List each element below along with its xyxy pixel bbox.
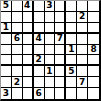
sudoku-cell-r9c2-empty[interactable] [12,88,23,99]
sudoku-cell-r7c6-empty[interactable] [55,66,66,77]
sudoku-cell-r8c9-empty[interactable] [88,77,99,88]
sudoku-cell-r5c5-empty[interactable] [45,45,56,56]
sudoku-cell-r4c6-given[interactable]: 7 [55,34,66,45]
sudoku-cell-r4c2-given[interactable]: 6 [12,34,23,45]
sudoku-cell-r6c7-empty[interactable] [66,55,77,66]
sudoku-cell-r1c8-empty[interactable] [77,1,88,12]
sudoku-cell-r7c5-given[interactable]: 1 [45,66,56,77]
sudoku-cell-r2c6-empty[interactable] [55,12,66,23]
sudoku-cell-r3c6-empty[interactable] [55,23,66,34]
sudoku-cell-r9c1-given[interactable]: 3 [1,88,12,99]
sudoku-cell-r5c7-given[interactable]: 1 [66,45,77,56]
sudoku-cell-r3c3-empty[interactable] [23,23,34,34]
sudoku-cell-r8c7-empty[interactable] [66,77,77,88]
sudoku-board: 54321647182152736 [0,0,101,101]
sudoku-cell-r9c3-empty[interactable] [23,88,34,99]
sudoku-cell-r8c2-given[interactable]: 2 [12,77,23,88]
sudoku-cell-r6c2-empty[interactable] [12,55,23,66]
sudoku-cell-r1c5-given[interactable]: 3 [45,1,56,12]
sudoku-cell-r9c6-empty[interactable] [55,88,66,99]
sudoku-cell-r3c4-empty[interactable] [34,23,45,34]
sudoku-cell-r1c3-given[interactable]: 4 [23,1,34,12]
sudoku-cell-r8c5-empty[interactable] [45,77,56,88]
sudoku-cell-r1c2-empty[interactable] [12,1,23,12]
sudoku-cell-r7c7-given[interactable]: 5 [66,66,77,77]
sudoku-cell-r5c4-empty[interactable] [34,45,45,56]
sudoku-cell-r2c5-empty[interactable] [45,12,56,23]
sudoku-cell-r8c6-empty[interactable] [55,77,66,88]
sudoku-cell-r6c3-empty[interactable] [23,55,34,66]
sudoku-cell-r9c8-empty[interactable] [77,88,88,99]
sudoku-cell-r4c5-empty[interactable] [45,34,56,45]
sudoku-cell-r8c1-empty[interactable] [1,77,12,88]
sudoku-cell-r6c1-empty[interactable] [1,55,12,66]
sudoku-cell-r9c4-given[interactable]: 6 [34,88,45,99]
sudoku-cell-r8c3-empty[interactable] [23,77,34,88]
sudoku-cell-r2c2-empty[interactable] [12,12,23,23]
sudoku-cell-r3c1-given[interactable]: 1 [1,23,12,34]
sudoku-cell-r7c4-empty[interactable] [34,66,45,77]
sudoku-cell-r6c5-empty[interactable] [45,55,56,66]
sudoku-cell-r7c3-empty[interactable] [23,66,34,77]
sudoku-cell-r7c2-empty[interactable] [12,66,23,77]
sudoku-cell-r6c9-empty[interactable] [88,55,99,66]
sudoku-cell-r3c7-empty[interactable] [66,23,77,34]
sudoku-cell-r5c9-given[interactable]: 8 [88,45,99,56]
sudoku-cell-r5c3-empty[interactable] [23,45,34,56]
sudoku-cell-r9c9-empty[interactable] [88,88,99,99]
sudoku-cell-r3c9-empty[interactable] [88,23,99,34]
sudoku-cell-r2c8-given[interactable]: 2 [77,12,88,23]
sudoku-cell-r3c2-empty[interactable] [12,23,23,34]
sudoku-cell-r7c1-empty[interactable] [1,66,12,77]
sudoku-cell-r5c2-empty[interactable] [12,45,23,56]
sudoku-cell-r1c9-empty[interactable] [88,1,99,12]
sudoku-cell-r6c4-given[interactable]: 2 [34,55,45,66]
sudoku-cell-r6c6-empty[interactable] [55,55,66,66]
sudoku-cell-r7c9-empty[interactable] [88,66,99,77]
sudoku-cell-r5c6-empty[interactable] [55,45,66,56]
sudoku-cell-r4c9-empty[interactable] [88,34,99,45]
sudoku-cell-r1c7-empty[interactable] [66,1,77,12]
sudoku-cell-r3c5-empty[interactable] [45,23,56,34]
sudoku-cell-r8c4-empty[interactable] [34,77,45,88]
sudoku-cell-r2c7-empty[interactable] [66,12,77,23]
sudoku-cell-r7c8-empty[interactable] [77,66,88,77]
sudoku-cell-r4c8-empty[interactable] [77,34,88,45]
sudoku-cell-r2c9-empty[interactable] [88,12,99,23]
sudoku-cell-r6c8-empty[interactable] [77,55,88,66]
sudoku-cell-r5c8-empty[interactable] [77,45,88,56]
sudoku-cell-r4c3-empty[interactable] [23,34,34,45]
sudoku-cell-r9c5-empty[interactable] [45,88,56,99]
sudoku-cell-r4c1-empty[interactable] [1,34,12,45]
sudoku-cell-r2c3-empty[interactable] [23,12,34,23]
sudoku-cell-r2c1-empty[interactable] [1,12,12,23]
sudoku-cell-r1c4-empty[interactable] [34,1,45,12]
sudoku-cell-r9c7-empty[interactable] [66,88,77,99]
sudoku-cell-r1c1-given[interactable]: 5 [1,1,12,12]
sudoku-cell-r4c7-empty[interactable] [66,34,77,45]
sudoku-cell-r8c8-given[interactable]: 7 [77,77,88,88]
sudoku-cell-r2c4-empty[interactable] [34,12,45,23]
sudoku-cell-r1c6-empty[interactable] [55,1,66,12]
sudoku-cell-r5c1-empty[interactable] [1,45,12,56]
sudoku-cell-r4c4-given[interactable]: 4 [34,34,45,45]
sudoku-cell-r3c8-empty[interactable] [77,23,88,34]
